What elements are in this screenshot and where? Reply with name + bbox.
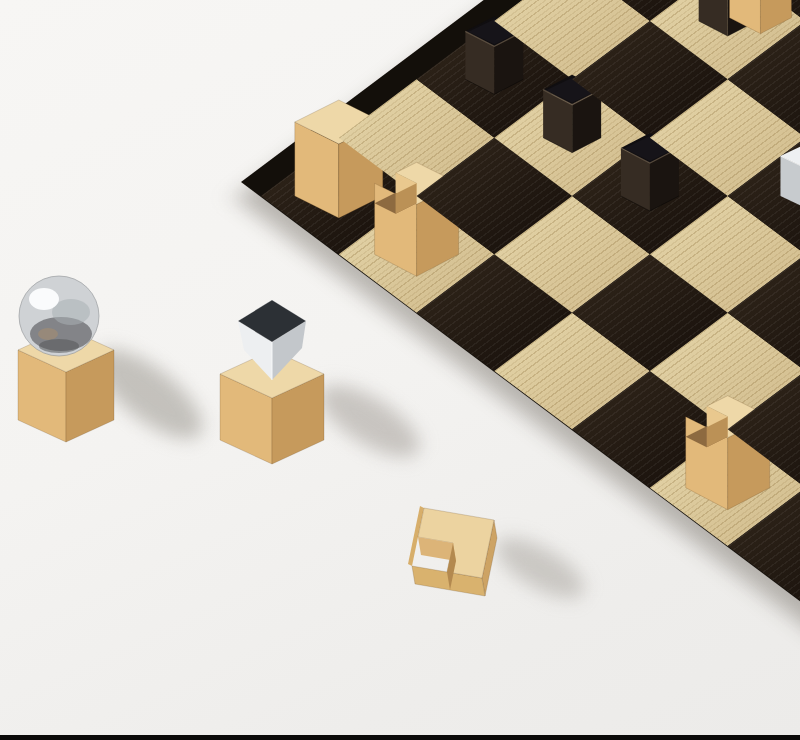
square-b6[interactable] <box>728 0 800 21</box>
piece-white-queen[interactable] <box>11 274 121 446</box>
piece-shadow <box>487 526 594 611</box>
photo-scene <box>0 0 800 740</box>
piece-white-king[interactable] <box>212 292 332 466</box>
piece-white-knight[interactable] <box>402 504 502 624</box>
photo-frame-bar <box>0 735 800 740</box>
